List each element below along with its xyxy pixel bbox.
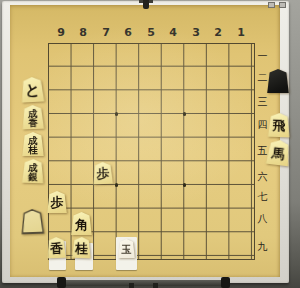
file-label-3: 3 <box>188 27 204 40</box>
margin-piece-promoted-silver[interactable]: 成銀 <box>22 159 45 184</box>
star-point <box>115 183 119 187</box>
star-point <box>183 183 187 187</box>
file-label-5: 5 <box>143 27 159 40</box>
file-label-8: 8 <box>75 27 91 40</box>
marker-tray <box>60 280 228 286</box>
file-label-6: 6 <box>120 27 136 40</box>
rank-label-6: 六 <box>255 171 270 183</box>
margin-piece-tokin[interactable]: と <box>20 76 44 102</box>
file-label-1: 1 <box>233 27 249 40</box>
piece-pawn-76[interactable]: 歩 <box>93 162 114 185</box>
rank-label-3: 三 <box>255 96 270 108</box>
marker-tray-end-cap <box>57 277 66 288</box>
file-label-7: 7 <box>98 27 114 40</box>
margin-piece-blank-outline[interactable] <box>21 209 45 235</box>
margin-piece-horse[interactable]: 馬 <box>266 139 292 167</box>
file-label-2: 2 <box>210 27 226 40</box>
marker-tray-bracket <box>153 283 158 288</box>
rank-label-1: 一 <box>255 50 270 62</box>
margin-piece-promoted-knight[interactable]: 成桂 <box>22 132 44 156</box>
star-point <box>183 112 187 116</box>
margin-piece-black-silhouette[interactable] <box>267 69 289 93</box>
margin-piece-rook[interactable]: 飛 <box>268 113 291 138</box>
rank-label-7: 七 <box>255 191 270 203</box>
piece-king-69[interactable]: 玉 <box>118 239 135 258</box>
margin-piece-promoted-lance[interactable]: 成香 <box>22 105 45 130</box>
frame-corner-screw <box>279 2 286 8</box>
piece-pawn-97[interactable]: 歩 <box>47 191 67 213</box>
piece-bishop-88[interactable]: 角 <box>71 212 92 235</box>
marker-tray-bracket <box>129 283 134 288</box>
file-label-4: 4 <box>165 27 181 40</box>
file-label-9: 9 <box>53 27 69 40</box>
shogi-demo-board-photo: 9 8 7 6 5 4 3 2 1 一 二 三 四 五 六 七 八 九 歩 歩 … <box>0 0 300 288</box>
piece-knight-89[interactable]: 桂 <box>72 237 92 259</box>
rank-label-8: 八 <box>255 213 270 225</box>
rank-label-9: 九 <box>255 241 270 253</box>
star-point <box>115 112 119 116</box>
piece-lance-99[interactable]: 香 <box>47 237 67 259</box>
frame-corner-screw <box>268 2 275 8</box>
marker-tray-end-cap <box>221 277 230 288</box>
board-hanger-hook-stem <box>143 0 149 9</box>
